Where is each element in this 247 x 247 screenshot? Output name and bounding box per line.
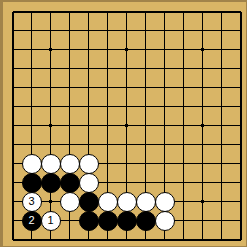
move-2-stone: 2 xyxy=(22,211,42,231)
white-stone xyxy=(60,192,80,212)
black-stone xyxy=(79,192,99,212)
black-stone xyxy=(98,211,118,231)
move-1-stone: 1 xyxy=(41,211,61,231)
black-stone xyxy=(136,211,156,231)
move-number-label: 2 xyxy=(28,215,34,226)
go-board[interactable]: 321 xyxy=(0,0,247,247)
white-stone xyxy=(79,173,99,193)
move-3-stone: 3 xyxy=(22,192,42,212)
white-stone xyxy=(136,192,156,212)
black-stone xyxy=(117,211,137,231)
black-stone xyxy=(60,173,80,193)
go-diagram: 321 xyxy=(0,0,247,247)
white-stone xyxy=(155,192,175,212)
stones-layer: 321 xyxy=(3,2,246,246)
move-number-label: 3 xyxy=(28,196,34,207)
white-stone xyxy=(155,211,175,231)
white-stone xyxy=(79,154,99,174)
white-stone xyxy=(41,154,61,174)
white-stone xyxy=(117,192,137,212)
white-stone xyxy=(60,154,80,174)
black-stone xyxy=(22,173,42,193)
move-number-label: 1 xyxy=(47,215,53,226)
white-stone xyxy=(98,192,118,212)
black-stone xyxy=(41,173,61,193)
black-stone xyxy=(79,211,99,231)
white-stone xyxy=(22,154,42,174)
